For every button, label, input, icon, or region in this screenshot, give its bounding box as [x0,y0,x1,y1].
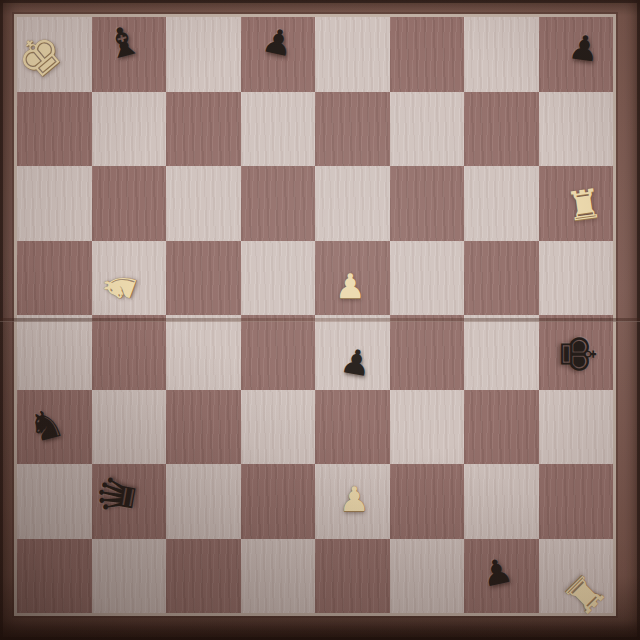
square-c5[interactable] [166,241,241,316]
piece-black-king-h4[interactable]: ♚ [554,333,602,376]
square-g5[interactable] [464,241,539,316]
square-h6[interactable]: ♜ [539,166,614,241]
board-fold-seam [0,318,640,322]
square-a1[interactable] [17,539,92,614]
square-g3[interactable] [464,390,539,465]
square-c8[interactable] [166,17,241,92]
piece-white-pawn-e5[interactable]: ♟ [335,269,365,303]
square-c4[interactable] [166,315,241,390]
piece-black-knight-a3[interactable]: ♞ [24,401,69,449]
square-e2[interactable]: ♟ [315,464,390,539]
piece-black-pawn-h8[interactable]: ♟ [566,29,601,67]
square-e3[interactable] [315,390,390,465]
square-f4[interactable] [390,315,465,390]
square-g7[interactable] [464,92,539,167]
square-c1[interactable] [166,539,241,614]
chessboard-photo: ♚♝♟♟♜♞♟♟♚♞♛♟♟♜ [0,0,640,640]
square-f7[interactable] [390,92,465,167]
square-g1[interactable]: ♟ [464,539,539,614]
square-e5[interactable]: ♟ [315,241,390,316]
square-c7[interactable] [166,92,241,167]
piece-black-bishop-b8[interactable]: ♝ [100,18,145,66]
square-h1[interactable]: ♜ [539,539,614,614]
square-d3[interactable] [241,390,316,465]
square-d7[interactable] [241,92,316,167]
square-b8[interactable]: ♝ [92,17,167,92]
square-h3[interactable] [539,390,614,465]
square-g2[interactable] [464,464,539,539]
piece-black-queen-b2[interactable]: ♛ [89,470,144,521]
piece-white-knight-b5[interactable]: ♞ [94,262,144,309]
square-h8[interactable]: ♟ [539,17,614,92]
square-e4[interactable]: ♟ [315,315,390,390]
piece-black-pawn-g1[interactable]: ♟ [479,552,516,592]
square-e7[interactable] [315,92,390,167]
square-f5[interactable] [390,241,465,316]
square-a5[interactable] [17,241,92,316]
piece-white-rook-h6[interactable]: ♜ [563,183,604,228]
piece-white-king-a8[interactable]: ♚ [7,23,73,90]
square-f1[interactable] [390,539,465,614]
square-b7[interactable] [92,92,167,167]
square-d8[interactable]: ♟ [241,17,316,92]
square-b1[interactable] [92,539,167,614]
square-a7[interactable] [17,92,92,167]
square-d1[interactable] [241,539,316,614]
square-a8[interactable]: ♚ [17,17,92,92]
square-a4[interactable] [17,315,92,390]
square-g4[interactable] [464,315,539,390]
square-e8[interactable] [315,17,390,92]
square-d6[interactable] [241,166,316,241]
square-a3[interactable]: ♞ [17,390,92,465]
square-f6[interactable] [390,166,465,241]
square-f3[interactable] [390,390,465,465]
square-d2[interactable] [241,464,316,539]
square-h2[interactable] [539,464,614,539]
square-g8[interactable] [464,17,539,92]
square-c3[interactable] [166,390,241,465]
square-e1[interactable] [315,539,390,614]
piece-white-rook-h1[interactable]: ♜ [556,566,612,622]
square-a2[interactable] [17,464,92,539]
square-a6[interactable] [17,166,92,241]
square-b5[interactable]: ♞ [92,241,167,316]
square-g6[interactable] [464,166,539,241]
square-h7[interactable] [539,92,614,167]
square-d5[interactable] [241,241,316,316]
square-c6[interactable] [166,166,241,241]
square-f2[interactable] [390,464,465,539]
square-c2[interactable] [166,464,241,539]
square-b2[interactable]: ♛ [92,464,167,539]
square-e6[interactable] [315,166,390,241]
square-h5[interactable] [539,241,614,316]
square-b3[interactable] [92,390,167,465]
piece-black-pawn-e4[interactable]: ♟ [338,343,374,382]
square-d4[interactable] [241,315,316,390]
chess-board: ♚♝♟♟♜♞♟♟♚♞♛♟♟♜ [17,17,613,613]
square-h4[interactable]: ♚ [539,315,614,390]
square-b4[interactable] [92,315,167,390]
square-f8[interactable] [390,17,465,92]
piece-black-pawn-d8[interactable]: ♟ [259,22,296,62]
square-b6[interactable] [92,166,167,241]
piece-white-pawn-e2[interactable]: ♟ [339,482,369,516]
